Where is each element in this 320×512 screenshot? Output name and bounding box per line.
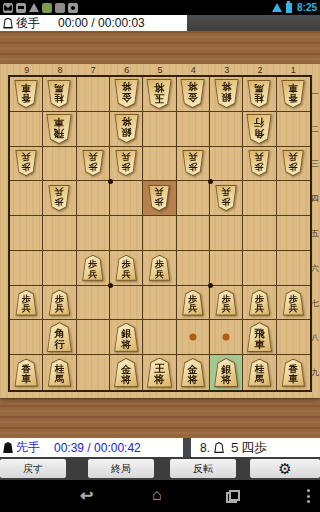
square-3-7[interactable]: 歩兵: [210, 286, 243, 321]
piece-sente-歩兵[interactable]: 歩兵: [115, 255, 137, 281]
move-text: ５四歩: [228, 439, 267, 457]
star-point: [108, 179, 113, 184]
piece-face: 金将: [115, 80, 138, 107]
square-8-9[interactable]: 桂馬: [43, 355, 76, 390]
camera-icon: [68, 3, 78, 13]
square-6-7[interactable]: [110, 286, 143, 321]
home-icon[interactable]: ⌂: [152, 486, 162, 504]
system-status-icons: 8:25: [272, 2, 320, 13]
square-9-8[interactable]: [10, 320, 43, 355]
piece-face: 歩兵: [249, 151, 269, 175]
clock-time: 8:25: [295, 2, 317, 13]
square-8-8[interactable]: 角行: [43, 320, 76, 355]
square-5-2[interactable]: [143, 112, 176, 147]
piece-face: 桂馬: [248, 81, 270, 107]
piece-wrapper: 香車: [281, 359, 305, 387]
piece-face: 金将: [115, 359, 138, 386]
square-3-2[interactable]: [210, 112, 243, 147]
back-icon[interactable]: ↩: [80, 486, 93, 505]
piece-face: 歩兵: [283, 151, 303, 175]
undo-button[interactable]: 戻す: [0, 459, 66, 478]
piece-sente-歩兵[interactable]: 歩兵: [182, 290, 204, 316]
piece-wrapper: 歩兵: [248, 290, 270, 316]
piece-wrapper: 角行: [46, 322, 72, 352]
move-number: 8.: [200, 441, 210, 455]
piece-wrapper: 金将: [114, 358, 139, 387]
square-1-3[interactable]: 歩兵: [277, 147, 310, 182]
piece-sente-香車[interactable]: 香車: [14, 359, 38, 387]
piece-gote-歩兵[interactable]: 歩兵: [282, 150, 304, 176]
piece-sente-王将[interactable]: 王将: [146, 358, 172, 388]
shogi-board: 987654321 一二三四五六七八九 香車桂馬金将玉将金将銀将桂馬香車飛車銀将…: [0, 64, 320, 398]
square-7-6[interactable]: 歩兵: [77, 251, 110, 286]
square-4-9[interactable]: 金将: [177, 355, 210, 390]
piece-wrapper: 歩兵: [182, 150, 204, 176]
android-nav-bar: ↩ ⌂: [0, 480, 320, 512]
square-8-3[interactable]: [43, 147, 76, 182]
square-3-1[interactable]: 銀将: [210, 77, 243, 112]
piece-sente-飛車[interactable]: 飛車: [246, 322, 272, 352]
piece-face: 歩兵: [183, 291, 203, 315]
square-4-3[interactable]: 歩兵: [177, 147, 210, 182]
piece-gote-桂馬[interactable]: 桂馬: [247, 80, 271, 108]
square-2-5[interactable]: [243, 216, 276, 251]
square-5-6[interactable]: 歩兵: [143, 251, 176, 286]
piece-wrapper: 歩兵: [182, 290, 204, 316]
square-2-8[interactable]: 飛車: [243, 320, 276, 355]
gote-move-display-area: [187, 15, 320, 31]
piece-wrapper: 歩兵: [115, 150, 137, 176]
piece-face: 桂馬: [48, 360, 70, 386]
piece-gote-桂馬[interactable]: 桂馬: [47, 80, 71, 108]
square-8-1[interactable]: 桂馬: [43, 77, 76, 112]
piece-sente-香車[interactable]: 香車: [281, 359, 305, 387]
square-2-9[interactable]: 桂馬: [243, 355, 276, 390]
piece-gote-歩兵[interactable]: 歩兵: [215, 185, 237, 211]
piece-wrapper: 歩兵: [48, 290, 70, 316]
piece-gote-歩兵[interactable]: 歩兵: [15, 150, 37, 176]
move-gote-piece-icon: [214, 442, 224, 453]
piece-sente-歩兵[interactable]: 歩兵: [282, 290, 304, 316]
square-7-5[interactable]: [77, 216, 110, 251]
piece-wrapper: 桂馬: [247, 359, 271, 387]
piece-face: 歩兵: [116, 151, 136, 175]
square-3-6[interactable]: [210, 251, 243, 286]
square-3-9[interactable]: 銀将: [210, 355, 243, 390]
piece-face: 歩兵: [83, 256, 103, 280]
square-7-1[interactable]: [77, 77, 110, 112]
square-1-2[interactable]: [277, 112, 310, 147]
piece-face: 角行: [247, 115, 271, 143]
piece-face: 歩兵: [183, 151, 203, 175]
piece-gote-角行[interactable]: 角行: [246, 114, 272, 144]
piece-face: 銀将: [215, 80, 238, 107]
piece-sente-歩兵[interactable]: 歩兵: [48, 290, 70, 316]
square-6-8[interactable]: 銀将: [110, 320, 143, 355]
square-6-9[interactable]: 金将: [110, 355, 143, 390]
piece-face: 飛車: [47, 115, 71, 143]
square-4-1[interactable]: 金将: [177, 77, 210, 112]
move-separator: [183, 438, 191, 457]
board-grid: 香車桂馬金将玉将金将銀将桂馬香車飛車銀将角行歩兵歩兵歩兵歩兵歩兵歩兵歩兵歩兵歩兵…: [8, 75, 312, 392]
piece-sente-桂馬[interactable]: 桂馬: [47, 359, 71, 387]
square-8-2[interactable]: 飛車: [43, 112, 76, 147]
sente-clock: 00:39 / 00:00:42: [54, 441, 141, 455]
piece-face: 歩兵: [149, 256, 169, 280]
piece-face: 桂馬: [48, 81, 70, 107]
wifi-icon: [272, 3, 282, 12]
square-9-3[interactable]: 歩兵: [10, 147, 43, 182]
piece-sente-歩兵[interactable]: 歩兵: [15, 290, 37, 316]
piece-sente-銀将[interactable]: 銀将: [214, 358, 239, 387]
star-point: [208, 179, 213, 184]
piece-face: 歩兵: [16, 151, 36, 175]
star-point: [208, 283, 213, 288]
square-1-8[interactable]: [277, 320, 310, 355]
piece-face: 歩兵: [49, 291, 69, 315]
battery-icon: [286, 3, 292, 13]
piece-sente-金将[interactable]: 金将: [180, 358, 205, 387]
piece-wrapper: 玉将: [146, 79, 172, 109]
piece-wrapper: 歩兵: [82, 255, 104, 281]
piece-wrapper: 金将: [180, 79, 205, 108]
square-7-7[interactable]: [77, 286, 110, 321]
sente-clock-panel: 先手 00:39 / 00:00:42: [0, 439, 183, 456]
piece-face: 歩兵: [149, 186, 169, 210]
square-8-7[interactable]: 歩兵: [43, 286, 76, 321]
warning-icon: [29, 3, 39, 13]
star-point: [108, 283, 113, 288]
piece-face: 香車: [282, 360, 304, 386]
square-1-7[interactable]: 歩兵: [277, 286, 310, 321]
square-8-6[interactable]: [43, 251, 76, 286]
piece-wrapper: 歩兵: [48, 185, 70, 211]
piece-wrapper: 歩兵: [148, 255, 170, 281]
usb-icon: [55, 3, 65, 13]
piece-wrapper: 飛車: [46, 114, 72, 144]
piece-face: 歩兵: [83, 151, 103, 175]
piece-wrapper: 香車: [14, 80, 38, 108]
sente-piece-icon: [3, 442, 13, 453]
piece-sente-歩兵[interactable]: 歩兵: [82, 255, 104, 281]
piece-face: 銀将: [115, 115, 138, 142]
square-6-1[interactable]: 金将: [110, 77, 143, 112]
square-3-4[interactable]: 歩兵: [210, 181, 243, 216]
gote-piece-icon: [3, 18, 13, 29]
chat-icon: [16, 3, 26, 13]
square-1-4[interactable]: [277, 181, 310, 216]
piece-gote-歩兵[interactable]: 歩兵: [82, 150, 104, 176]
square-1-1[interactable]: 香車: [277, 77, 310, 112]
piece-face: 角行: [47, 323, 71, 351]
square-9-2[interactable]: [10, 112, 43, 147]
piece-wrapper: 金将: [180, 358, 205, 387]
piece-sente-歩兵[interactable]: 歩兵: [215, 290, 237, 316]
piece-wrapper: 歩兵: [215, 290, 237, 316]
piece-wrapper: 歩兵: [215, 185, 237, 211]
sente-info-bar: 先手 00:39 / 00:00:42 8. ５四歩: [0, 438, 320, 457]
piece-face: 金将: [181, 359, 204, 386]
recents-icon[interactable]: [226, 490, 240, 503]
piece-wrapper: 王将: [146, 358, 172, 388]
square-5-5[interactable]: [143, 216, 176, 251]
piece-wrapper: 銀将: [114, 323, 139, 352]
piece-face: 歩兵: [249, 291, 269, 315]
sente-player-label: 先手: [16, 439, 40, 456]
mail-icon: [3, 3, 13, 13]
piece-wrapper: 歩兵: [115, 255, 137, 281]
square-1-5[interactable]: [277, 216, 310, 251]
piece-gote-歩兵[interactable]: 歩兵: [248, 150, 270, 176]
square-5-7[interactable]: [143, 286, 176, 321]
piece-sente-歩兵[interactable]: 歩兵: [248, 290, 270, 316]
piece-face: 歩兵: [216, 186, 236, 210]
piece-wrapper: 歩兵: [15, 290, 37, 316]
piece-sente-桂馬[interactable]: 桂馬: [247, 359, 271, 387]
piece-wrapper: 角行: [246, 114, 272, 144]
square-2-6[interactable]: [243, 251, 276, 286]
piece-sente-歩兵[interactable]: 歩兵: [148, 255, 170, 281]
toolbar: 戻す 終局 反転 ⚙: [0, 457, 320, 480]
piece-face: 香車: [282, 81, 304, 107]
square-4-6[interactable]: [177, 251, 210, 286]
piece-gote-玉将[interactable]: 玉将: [146, 79, 172, 109]
piece-wrapper: 桂馬: [247, 80, 271, 108]
square-1-6[interactable]: [277, 251, 310, 286]
piece-face: 銀将: [215, 359, 238, 386]
piece-wrapper: 歩兵: [282, 290, 304, 316]
square-9-1[interactable]: 香車: [10, 77, 43, 112]
piece-face: 歩兵: [216, 291, 236, 315]
square-8-5[interactable]: [43, 216, 76, 251]
piece-gote-飛車[interactable]: 飛車: [46, 114, 72, 144]
menu-dots-icon[interactable]: [307, 489, 310, 503]
square-3-3[interactable]: [210, 147, 243, 182]
square-9-5[interactable]: [10, 216, 43, 251]
gote-clock: 00:00 / 00:00:03: [58, 16, 145, 30]
piece-gote-香車[interactable]: 香車: [281, 80, 305, 108]
square-5-8[interactable]: [143, 320, 176, 355]
gote-player-label: 後手: [16, 15, 40, 32]
piece-wrapper: 歩兵: [82, 150, 104, 176]
square-8-4[interactable]: 歩兵: [43, 181, 76, 216]
square-6-3[interactable]: 歩兵: [110, 147, 143, 182]
end-game-button[interactable]: 終局: [88, 459, 154, 478]
piece-face: 玉将: [147, 80, 171, 108]
piece-face: 銀将: [115, 324, 138, 351]
move-hint-dot[interactable]: [223, 334, 230, 341]
square-5-1[interactable]: 玉将: [143, 77, 176, 112]
piece-face: 飛車: [247, 323, 271, 351]
piece-wrapper: 香車: [14, 359, 38, 387]
square-6-4[interactable]: [110, 181, 143, 216]
gear-icon: ⚙: [278, 461, 291, 476]
square-7-8[interactable]: [77, 320, 110, 355]
square-7-4[interactable]: [77, 181, 110, 216]
square-2-4[interactable]: [243, 181, 276, 216]
square-7-9[interactable]: [77, 355, 110, 390]
shogi-app-screen: 8:25 後手 00:00 / 00:00:03 987654321 一二三四五…: [0, 0, 320, 512]
notification-icons: [0, 3, 272, 13]
piece-gote-香車[interactable]: 香車: [14, 80, 38, 108]
piece-gote-銀将[interactable]: 銀将: [214, 79, 239, 108]
android-app-icon: [42, 3, 52, 13]
square-5-4[interactable]: 歩兵: [143, 181, 176, 216]
square-2-1[interactable]: 桂馬: [243, 77, 276, 112]
square-4-7[interactable]: 歩兵: [177, 286, 210, 321]
last-move-display: 8. ５四歩: [191, 439, 320, 457]
settings-button[interactable]: ⚙: [250, 459, 320, 478]
move-hint-dot[interactable]: [189, 334, 196, 341]
piece-gote-金将[interactable]: 金将: [114, 79, 139, 108]
square-7-2[interactable]: [77, 112, 110, 147]
piece-gote-歩兵[interactable]: 歩兵: [148, 185, 170, 211]
piece-sente-銀将[interactable]: 銀将: [114, 323, 139, 352]
piece-sente-金将[interactable]: 金将: [114, 358, 139, 387]
square-2-3[interactable]: 歩兵: [243, 147, 276, 182]
gote-clock-panel: 後手 00:00 / 00:00:03: [0, 15, 187, 31]
square-9-9[interactable]: 香車: [10, 355, 43, 390]
square-4-4[interactable]: [177, 181, 210, 216]
piece-wrapper: 銀将: [214, 358, 239, 387]
square-6-6[interactable]: 歩兵: [110, 251, 143, 286]
piece-wrapper: 飛車: [246, 322, 272, 352]
square-3-8[interactable]: [210, 320, 243, 355]
piece-face: 歩兵: [283, 291, 303, 315]
piece-wrapper: 金将: [114, 79, 139, 108]
piece-wrapper: 歩兵: [282, 150, 304, 176]
piece-face: 歩兵: [16, 291, 36, 315]
square-9-7[interactable]: 歩兵: [10, 286, 43, 321]
piece-sente-角行[interactable]: 角行: [46, 322, 72, 352]
piece-face: 歩兵: [49, 186, 69, 210]
square-5-3[interactable]: [143, 147, 176, 182]
piece-wrapper: 歩兵: [15, 150, 37, 176]
piece-wrapper: 銀将: [214, 79, 239, 108]
android-status-bar: 8:25: [0, 0, 320, 15]
board-background: 987654321 一二三四五六七八九 香車桂馬金将玉将金将銀将桂馬香車飛車銀将…: [0, 31, 320, 438]
flip-board-button[interactable]: 反転: [170, 459, 236, 478]
piece-wrapper: 歩兵: [248, 150, 270, 176]
piece-gote-歩兵[interactable]: 歩兵: [115, 150, 137, 176]
square-2-2[interactable]: 角行: [243, 112, 276, 147]
gote-header-bar: 後手 00:00 / 00:00:03: [0, 15, 320, 31]
piece-face: 金将: [181, 80, 204, 107]
piece-face: 香車: [15, 360, 37, 386]
piece-gote-歩兵[interactable]: 歩兵: [182, 150, 204, 176]
piece-wrapper: 銀将: [114, 114, 139, 143]
square-1-9[interactable]: 香車: [277, 355, 310, 390]
piece-wrapper: 桂馬: [47, 359, 71, 387]
piece-gote-銀将[interactable]: 銀将: [114, 114, 139, 143]
square-7-3[interactable]: 歩兵: [77, 147, 110, 182]
piece-wrapper: 香車: [281, 80, 305, 108]
square-6-2[interactable]: 銀将: [110, 112, 143, 147]
square-9-4[interactable]: [10, 181, 43, 216]
square-2-7[interactable]: 歩兵: [243, 286, 276, 321]
piece-wrapper: 桂馬: [47, 80, 71, 108]
piece-gote-歩兵[interactable]: 歩兵: [48, 185, 70, 211]
square-5-9[interactable]: 王将: [143, 355, 176, 390]
piece-gote-金将[interactable]: 金将: [180, 79, 205, 108]
piece-face: 歩兵: [116, 256, 136, 280]
square-4-5[interactable]: [177, 216, 210, 251]
piece-face: 香車: [15, 81, 37, 107]
square-4-2[interactable]: [177, 112, 210, 147]
square-3-5[interactable]: [210, 216, 243, 251]
square-6-5[interactable]: [110, 216, 143, 251]
piece-face: 桂馬: [248, 360, 270, 386]
piece-face: 王将: [147, 359, 171, 387]
square-4-8[interactable]: [177, 320, 210, 355]
piece-wrapper: 歩兵: [148, 185, 170, 211]
square-9-6[interactable]: [10, 251, 43, 286]
